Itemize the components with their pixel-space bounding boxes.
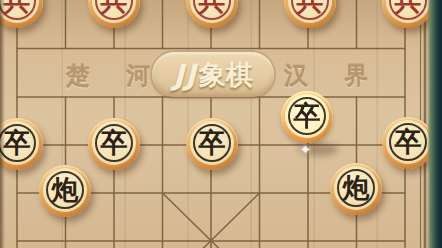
river-text-chu-he: 楚 河	[66, 60, 164, 92]
screen-left-shadow	[0, 0, 5, 248]
jj-xiangqi-logo: JJ 象棋	[152, 52, 274, 97]
logo-name-text: 象棋	[199, 57, 253, 93]
piece-black-cannon-b[interactable]: 炮	[39, 165, 91, 217]
app-background-band	[427, 0, 442, 248]
river-text-han-jie: 汉 界	[284, 60, 382, 92]
logo-jj-text: JJ	[173, 58, 197, 92]
selection-sparkle-icon: ✦	[300, 142, 311, 157]
piece-black-soldier-g[interactable]: 卒	[281, 91, 333, 143]
xiangqi-board: 楚 河 汉 界 JJ 象棋 ✦ 兵兵兵兵兵卒卒卒卒卒炮炮	[0, 0, 442, 248]
piece-black-cannon-h[interactable]: 炮	[330, 163, 382, 215]
piece-black-soldier-c[interactable]: 卒	[88, 118, 140, 170]
piece-black-soldier-e[interactable]: 卒	[186, 118, 238, 170]
